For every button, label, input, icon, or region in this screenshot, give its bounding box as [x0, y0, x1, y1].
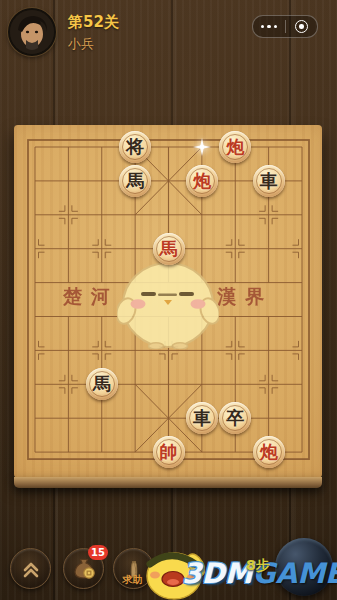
- avatar-image: [10, 10, 54, 54]
- wechat-capsule: [252, 15, 318, 38]
- piece-炮-red[interactable]: 炮: [219, 131, 251, 163]
- exit-button[interactable]: [286, 16, 318, 37]
- player-rank: 小兵: [68, 35, 94, 53]
- piece-馬-red[interactable]: 馬: [153, 233, 185, 265]
- player-avatar: [8, 8, 56, 56]
- three-dots-icon: [261, 25, 278, 29]
- double-chevron-up-icon: [19, 557, 43, 581]
- hint-count-badge: 15: [88, 545, 108, 560]
- chick-mascot-board: [117, 255, 219, 353]
- piece-馬-black[interactable]: 馬: [119, 165, 151, 197]
- steps-counter: 8步: [246, 557, 270, 575]
- chick-mascot-footer: [143, 539, 205, 600]
- piece-車-black[interactable]: 車: [186, 402, 218, 434]
- piece-帥-red[interactable]: 帥: [153, 436, 185, 468]
- dark-ball-button[interactable]: [275, 538, 333, 596]
- piece-車-black[interactable]: 車: [253, 165, 285, 197]
- more-button[interactable]: [253, 16, 285, 37]
- piece-馬-black[interactable]: 馬: [86, 368, 118, 400]
- collapse-button[interactable]: [10, 548, 51, 589]
- app-screen: 第52关 小兵 楚河 漢界: [0, 0, 337, 600]
- piece-炮-red[interactable]: 炮: [253, 436, 285, 468]
- level-title: 第52关: [68, 13, 119, 32]
- piece-炮-red[interactable]: 炮: [186, 165, 218, 197]
- circle-dot-icon: [295, 20, 308, 33]
- piece-将-black[interactable]: 将: [119, 131, 151, 163]
